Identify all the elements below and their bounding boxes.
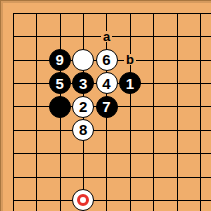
stone-white-marked <box>72 189 94 211</box>
stone-black-1: 1 <box>119 72 141 94</box>
point-label-b: b <box>124 54 136 65</box>
board-grid: 965341278ab <box>1 1 211 211</box>
stone-white-plain <box>72 49 94 71</box>
stone-black-3: 3 <box>72 72 94 94</box>
stone-black-7: 7 <box>96 96 118 118</box>
stone-white-4: 4 <box>96 72 118 94</box>
stone-black-5: 5 <box>49 72 71 94</box>
stone-black-plain <box>49 96 71 118</box>
circle-marker-icon <box>77 194 89 206</box>
stone-white-6: 6 <box>96 49 118 71</box>
stone-black-9: 9 <box>49 49 71 71</box>
stone-white-2: 2 <box>72 96 94 118</box>
point-label-a: a <box>101 31 112 42</box>
stone-white-8: 8 <box>72 119 94 141</box>
go-diagram: 965341278ab <box>0 0 211 211</box>
